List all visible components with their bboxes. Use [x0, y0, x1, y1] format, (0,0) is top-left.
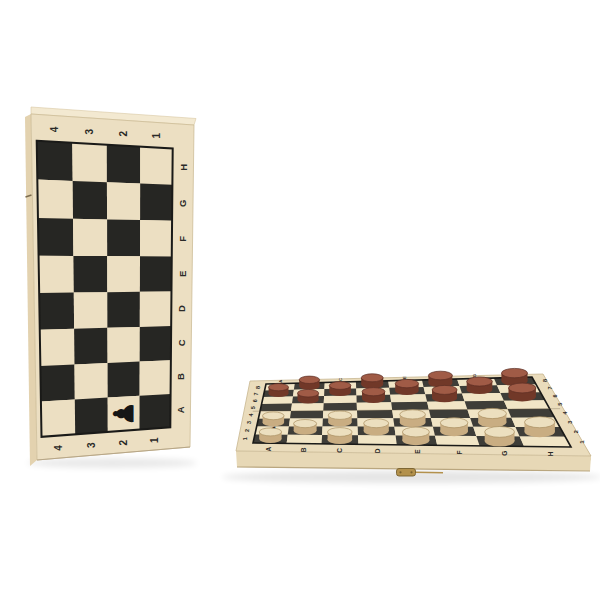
board-square — [390, 394, 427, 402]
coordinate-label: E — [177, 271, 188, 277]
checker-piece-dark — [329, 382, 351, 397]
board-square — [39, 293, 74, 330]
board-square — [38, 218, 73, 256]
board-square — [74, 328, 108, 365]
board-square — [290, 411, 323, 419]
checker-piece-dark — [361, 374, 383, 389]
checker-piece-light — [294, 420, 317, 435]
standing-folded-board: 43214321HGFEDCBA♟ — [25, 107, 197, 468]
checker-piece-dark — [269, 384, 289, 397]
board-square — [427, 401, 467, 410]
checker-piece-light — [525, 417, 555, 438]
board-square — [140, 360, 171, 396]
board-square — [391, 402, 429, 410]
board-square — [504, 400, 550, 409]
board-square — [74, 292, 108, 329]
checker-piece-dark — [298, 389, 319, 403]
board-square — [260, 404, 292, 412]
board-square — [37, 141, 73, 181]
coordinate-label: 4 — [53, 445, 64, 451]
checker-piece-light — [478, 408, 506, 427]
board-square — [140, 220, 172, 256]
checker-piece-dark — [428, 371, 452, 387]
coordinate-label: F — [457, 450, 464, 454]
flat-open-board: ABCDEFGHABCDEFGH1234567812345678♟ — [222, 368, 600, 483]
coordinate-label: B — [176, 373, 187, 380]
board-square — [75, 363, 108, 400]
board-square — [324, 395, 357, 403]
coordinate-label: 2 — [573, 430, 579, 433]
coordinate-label: C — [338, 378, 343, 381]
coordinate-label: 3 — [86, 442, 97, 448]
board-square — [140, 291, 172, 327]
coordinate-label: 4 — [49, 126, 60, 132]
board-square — [140, 184, 172, 221]
board-square — [107, 182, 140, 220]
coordinate-label: 3 — [246, 421, 252, 424]
checker-piece-light — [440, 418, 468, 437]
checker-piece-light — [402, 427, 429, 445]
checker-piece-light — [485, 427, 515, 447]
board-square — [357, 402, 393, 410]
board-square — [40, 329, 75, 366]
board-shadow — [27, 458, 197, 468]
board-square — [107, 292, 140, 328]
board-square — [262, 397, 293, 404]
coordinate-label: 1 — [151, 132, 162, 138]
coordinate-label: 3 — [84, 128, 95, 134]
board-game-scene: 43214321HGFEDCBA♟ABCDEFGHABCDEFGH1234567… — [0, 0, 600, 600]
coordinate-label: E — [402, 376, 407, 379]
product-photo: 43214321HGFEDCBA♟ABCDEFGHABCDEFGH1234567… — [0, 0, 600, 600]
board-square — [520, 436, 571, 447]
coordinate-label: 5 — [250, 406, 256, 409]
board-square — [140, 394, 171, 430]
checker-piece-dark — [299, 376, 319, 390]
coordinate-label: C — [176, 339, 187, 346]
board-square — [107, 145, 140, 184]
board-square — [435, 436, 480, 446]
board-square — [462, 393, 504, 401]
coordinate-label: G — [501, 451, 508, 456]
checker-piece-light — [328, 411, 352, 427]
coordinate-label: 3 — [567, 421, 573, 424]
coordinate-label: D — [374, 448, 381, 453]
coordinate-label: B — [300, 447, 307, 452]
pawn-logo-icon: ♟ — [109, 402, 139, 426]
checker-piece-light — [328, 428, 353, 444]
checker-piece-light — [400, 410, 426, 427]
board-square — [72, 143, 107, 183]
coordinate-label: 7 — [547, 386, 553, 389]
board-square — [40, 364, 74, 401]
checker-piece-light — [259, 428, 281, 443]
coordinate-label: G — [177, 200, 188, 207]
checker-piece-light — [364, 419, 389, 436]
board-square — [140, 326, 172, 362]
board-square — [291, 403, 324, 411]
board-square — [108, 362, 140, 398]
board-square — [37, 180, 73, 219]
coordinate-label: 5 — [557, 403, 563, 406]
checker-piece-dark — [509, 383, 536, 401]
coordinate-label: A — [175, 406, 186, 413]
coordinate-label: 1 — [579, 440, 585, 443]
coordinate-label: 1 — [242, 437, 248, 440]
coordinate-label: 8 — [543, 379, 549, 382]
board-square — [140, 147, 173, 185]
board-square — [39, 256, 74, 293]
coordinate-label: 2 — [118, 439, 129, 445]
board-square — [465, 401, 508, 410]
board-square — [107, 219, 140, 256]
board-square — [73, 256, 107, 293]
checker-piece-dark — [467, 377, 493, 394]
board-square — [140, 256, 172, 292]
coordinate-label: A — [265, 447, 272, 452]
coordinate-label: A — [278, 380, 283, 383]
board-square — [107, 256, 140, 292]
coordinate-label: H — [547, 451, 554, 456]
coordinate-label: 6 — [552, 394, 558, 397]
coordinate-label: H — [178, 164, 189, 171]
coordinate-label: 2 — [244, 429, 250, 432]
board-square — [41, 400, 75, 437]
checker-piece-dark — [362, 388, 385, 403]
coordinate-label: E — [415, 449, 422, 454]
board-square — [508, 409, 555, 418]
board-square — [75, 398, 108, 435]
board-square — [323, 403, 357, 411]
board-square — [358, 435, 397, 445]
coordinate-label: 2 — [118, 130, 129, 136]
coordinate-label: 8 — [255, 386, 261, 389]
checker-piece-dark — [395, 379, 418, 395]
board-square — [73, 219, 107, 256]
coordinate-label: F — [177, 236, 188, 242]
coordinate-label: 7 — [253, 392, 259, 395]
board-square — [357, 410, 393, 418]
coordinate-label: 1 — [150, 437, 161, 443]
coordinate-label: D — [176, 305, 187, 312]
board-square — [107, 327, 139, 363]
coordinate-label: 6 — [252, 399, 258, 402]
board-square — [73, 181, 107, 219]
checker-piece-light — [263, 412, 285, 427]
coordinate-label: C — [336, 448, 343, 453]
checker-piece-dark — [432, 385, 457, 402]
board-square — [287, 435, 323, 444]
board-square — [429, 409, 470, 418]
